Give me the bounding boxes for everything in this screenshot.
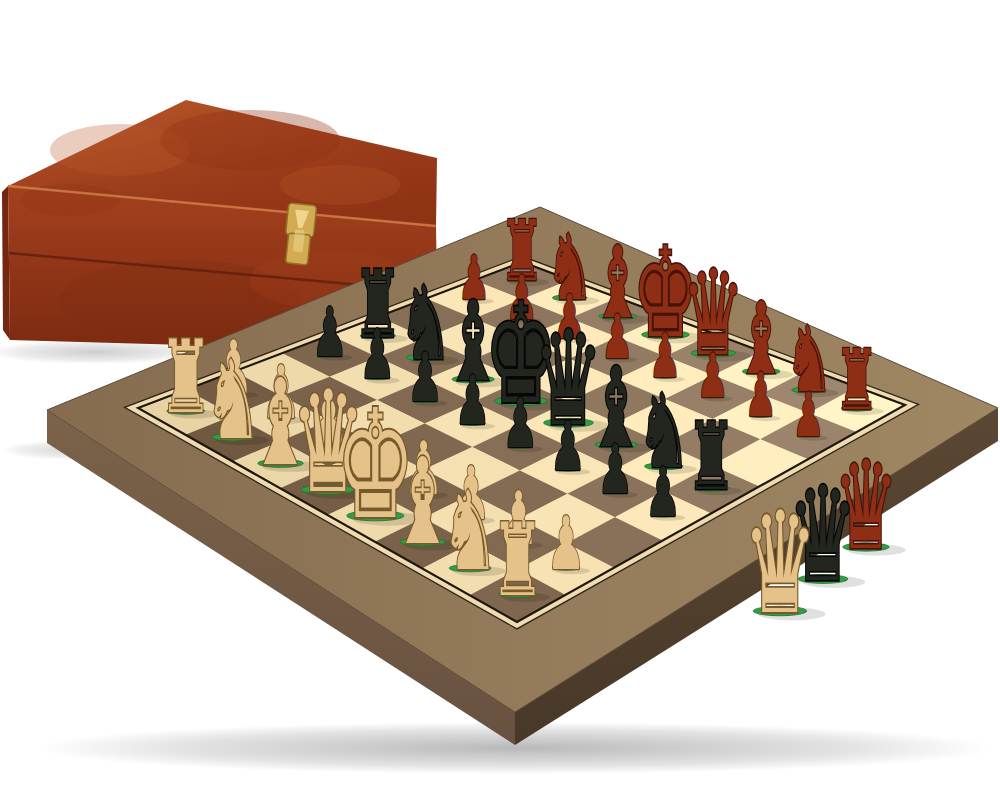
black-pawn-glyph: ♟ xyxy=(455,361,491,440)
black-pawn: ♟ xyxy=(550,407,590,486)
black-pawn: ♟ xyxy=(502,384,542,463)
black-rook: ♜ xyxy=(687,403,742,511)
white-rook: ♜ xyxy=(491,502,550,620)
red-rook: ♜ xyxy=(835,331,884,428)
red-pawn: ♟ xyxy=(697,340,733,412)
black-pawn-glyph: ♟ xyxy=(550,407,586,486)
red-rook-glyph: ♜ xyxy=(835,331,879,428)
black-pawn-glyph: ♟ xyxy=(597,430,633,509)
box-burl-figure xyxy=(280,165,400,205)
black-pawn: ♟ xyxy=(645,452,685,531)
white-spare-queen-glyph: ♛ xyxy=(743,482,818,645)
white-spare-queen: ♛ xyxy=(743,482,826,645)
red-pawn-glyph: ♟ xyxy=(744,359,776,431)
red-pawn: ♟ xyxy=(744,359,780,431)
red-pawn-glyph: ♟ xyxy=(697,340,729,412)
product-photo-scene: ♜♞♟♝♟♚♜♟♛♟♟♞♝♟♟♝♞♟♟♟♚♜♜♟♟♛♟♟♞♟♝♟♝♞♟♟♜♛♟♟… xyxy=(0,0,1000,800)
white-rook-glyph: ♜ xyxy=(491,502,544,620)
box-burl-figure xyxy=(160,110,340,170)
white-pawn: ♟ xyxy=(546,501,590,586)
black-pawn-glyph: ♟ xyxy=(502,384,538,463)
white-pawn-glyph: ♟ xyxy=(546,501,585,586)
black-pawn: ♟ xyxy=(455,361,495,440)
black-rook-glyph: ♜ xyxy=(687,403,737,511)
chess-set-photo: ♜♞♟♝♟♚♜♟♛♟♟♞♝♟♟♝♞♟♟♟♚♜♜♟♟♛♟♟♞♟♝♟♝♞♟♟♜♛♟♟… xyxy=(0,0,1000,800)
black-pawn: ♟ xyxy=(597,430,637,509)
red-pawn-glyph: ♟ xyxy=(792,379,824,451)
red-pawn: ♟ xyxy=(792,379,828,451)
black-pawn-glyph: ♟ xyxy=(645,452,681,531)
